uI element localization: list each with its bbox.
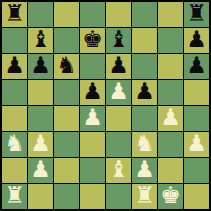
square-h7[interactable]: ♟ [184, 28, 209, 53]
piece-white-pawn[interactable]: ♟ [82, 106, 103, 130]
piece-white-pawn[interactable]: ♟ [30, 132, 51, 156]
square-h6[interactable]: ♟ [184, 54, 209, 79]
square-e8[interactable] [106, 2, 131, 27]
piece-white-pawn[interactable]: ♟ [160, 106, 181, 130]
square-e5[interactable]: ♟ [106, 80, 131, 105]
square-e1[interactable] [106, 184, 131, 209]
square-g4[interactable]: ♟ [158, 106, 183, 131]
piece-white-knight[interactable]: ♞ [4, 132, 25, 156]
square-b7[interactable]: ♝ [28, 28, 53, 53]
square-c2[interactable] [54, 158, 79, 183]
square-d2[interactable] [80, 158, 105, 183]
piece-black-pawn[interactable]: ♟ [4, 54, 25, 78]
piece-black-bishop[interactable]: ♝ [108, 28, 129, 52]
piece-black-pawn[interactable]: ♟ [134, 80, 155, 104]
square-h2[interactable] [184, 158, 209, 183]
square-g2[interactable] [158, 158, 183, 183]
piece-black-pawn[interactable]: ♟ [82, 80, 103, 104]
piece-white-pawn[interactable]: ♟ [108, 80, 129, 104]
square-b6[interactable]: ♟ [28, 54, 53, 79]
square-e7[interactable]: ♝ [106, 28, 131, 53]
piece-white-king[interactable]: ♚ [160, 184, 181, 208]
square-f7[interactable] [132, 28, 157, 53]
piece-black-bishop[interactable]: ♝ [30, 28, 51, 52]
square-h5[interactable] [184, 80, 209, 105]
square-g5[interactable] [158, 80, 183, 105]
square-d5[interactable]: ♟ [80, 80, 105, 105]
square-b1[interactable] [28, 184, 53, 209]
piece-black-rook[interactable]: ♜ [186, 2, 207, 26]
square-g1[interactable]: ♚ [158, 184, 183, 209]
piece-white-knight[interactable]: ♞ [134, 132, 155, 156]
piece-white-pawn[interactable]: ♟ [30, 158, 51, 182]
square-a7[interactable] [2, 28, 27, 53]
square-g6[interactable] [158, 54, 183, 79]
piece-white-bishop[interactable]: ♝ [108, 158, 129, 182]
square-e6[interactable]: ♟ [106, 54, 131, 79]
square-c8[interactable] [54, 2, 79, 27]
piece-white-rook[interactable]: ♜ [134, 184, 155, 208]
square-h4[interactable] [184, 106, 209, 131]
square-f4[interactable] [132, 106, 157, 131]
piece-black-pawn[interactable]: ♟ [186, 54, 207, 78]
piece-black-rook[interactable]: ♜ [4, 2, 25, 26]
square-f5[interactable]: ♟ [132, 80, 157, 105]
square-a8[interactable]: ♜ [2, 2, 27, 27]
square-a6[interactable]: ♟ [2, 54, 27, 79]
square-f1[interactable]: ♜ [132, 184, 157, 209]
square-f3[interactable]: ♞ [132, 132, 157, 157]
square-g7[interactable] [158, 28, 183, 53]
square-b2[interactable]: ♟ [28, 158, 53, 183]
square-d6[interactable] [80, 54, 105, 79]
square-d8[interactable] [80, 2, 105, 27]
square-b3[interactable]: ♟ [28, 132, 53, 157]
square-a3[interactable]: ♞ [2, 132, 27, 157]
piece-white-pawn[interactable]: ♟ [186, 132, 207, 156]
square-h1[interactable] [184, 184, 209, 209]
square-b5[interactable] [28, 80, 53, 105]
square-d1[interactable] [80, 184, 105, 209]
square-h3[interactable]: ♟ [184, 132, 209, 157]
square-c3[interactable] [54, 132, 79, 157]
square-a4[interactable] [2, 106, 27, 131]
piece-black-pawn[interactable]: ♟ [186, 28, 207, 52]
square-h8[interactable]: ♜ [184, 2, 209, 27]
square-c7[interactable] [54, 28, 79, 53]
square-g8[interactable] [158, 2, 183, 27]
piece-white-pawn[interactable]: ♟ [134, 158, 155, 182]
square-c6[interactable]: ♞ [54, 54, 79, 79]
square-e4[interactable] [106, 106, 131, 131]
square-d3[interactable] [80, 132, 105, 157]
piece-black-pawn[interactable]: ♟ [108, 54, 129, 78]
square-f2[interactable]: ♟ [132, 158, 157, 183]
piece-black-knight[interactable]: ♞ [56, 54, 77, 78]
piece-white-rook[interactable]: ♜ [4, 184, 25, 208]
square-e3[interactable] [106, 132, 131, 157]
chess-board: ♜♜♝♚♝♟♟♟♞♟♟♟♟♟♟♟♞♟♞♟♟♝♟♜♜♚ [2, 2, 209, 209]
chess-board-frame: ♜♜♝♚♝♟♟♟♞♟♟♟♟♟♟♟♞♟♞♟♟♝♟♜♜♚ [0, 0, 211, 211]
square-g3[interactable] [158, 132, 183, 157]
square-c1[interactable] [54, 184, 79, 209]
square-c5[interactable] [54, 80, 79, 105]
square-a1[interactable]: ♜ [2, 184, 27, 209]
piece-black-king[interactable]: ♚ [82, 28, 103, 52]
piece-black-pawn[interactable]: ♟ [30, 54, 51, 78]
square-a5[interactable] [2, 80, 27, 105]
square-d7[interactable]: ♚ [80, 28, 105, 53]
square-b4[interactable] [28, 106, 53, 131]
square-a2[interactable] [2, 158, 27, 183]
square-f6[interactable] [132, 54, 157, 79]
square-e2[interactable]: ♝ [106, 158, 131, 183]
square-c4[interactable] [54, 106, 79, 131]
square-f8[interactable] [132, 2, 157, 27]
square-d4[interactable]: ♟ [80, 106, 105, 131]
square-b8[interactable] [28, 2, 53, 27]
